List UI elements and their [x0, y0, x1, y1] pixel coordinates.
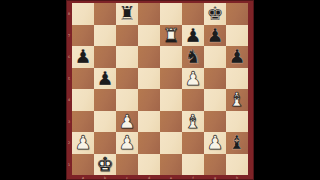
square-g7[interactable]: ♟ [204, 25, 226, 47]
piece-black-pawn-a6[interactable]: ♟ [72, 46, 94, 68]
square-a6[interactable]: ♟ [72, 46, 94, 68]
square-b5[interactable]: ♟ [94, 68, 116, 90]
square-f8[interactable] [182, 3, 204, 25]
rank-label-3: 3 [67, 115, 70, 127]
square-g2[interactable]: ♟ [204, 132, 226, 154]
rank-label-5: 5 [67, 72, 70, 84]
piece-white-bishop-h4[interactable]: ♝ [226, 89, 248, 111]
square-a1[interactable] [72, 154, 94, 176]
square-e7[interactable]: ♜ [160, 25, 182, 47]
square-a4[interactable] [72, 89, 94, 111]
square-b7[interactable] [94, 25, 116, 47]
rank-label-4: 4 [67, 94, 70, 106]
square-h7[interactable] [226, 25, 248, 47]
piece-white-pawn-c3[interactable]: ♟ [116, 111, 138, 133]
square-f7[interactable]: ♟ [182, 25, 204, 47]
square-b4[interactable] [94, 89, 116, 111]
piece-black-pawn-b5[interactable]: ♟ [94, 68, 116, 90]
square-f4[interactable] [182, 89, 204, 111]
rank-label-1: 1 [67, 158, 70, 170]
square-c4[interactable] [116, 89, 138, 111]
piece-white-rook-e7[interactable]: ♜ [160, 25, 182, 47]
file-label-g: g [209, 176, 221, 179]
piece-black-rook-c8[interactable]: ♜ [116, 3, 138, 25]
rank-label-7: 7 [67, 29, 70, 41]
square-b6[interactable] [94, 46, 116, 68]
square-g1[interactable] [204, 154, 226, 176]
square-f6[interactable]: ♞ [182, 46, 204, 68]
file-label-c: c [121, 176, 133, 179]
square-f3[interactable]: ♝ [182, 111, 204, 133]
square-h4[interactable]: ♝ [226, 89, 248, 111]
piece-black-pawn-h6[interactable]: ♟ [226, 46, 248, 68]
piece-black-pawn-f7[interactable]: ♟ [182, 25, 204, 47]
square-g3[interactable] [204, 111, 226, 133]
square-g5[interactable] [204, 68, 226, 90]
square-b3[interactable] [94, 111, 116, 133]
file-label-d: d [143, 176, 155, 179]
square-b1[interactable]: ♚ [94, 154, 116, 176]
square-h8[interactable] [226, 3, 248, 25]
square-d8[interactable] [138, 3, 160, 25]
square-h2[interactable]: ♝ [226, 132, 248, 154]
square-e2[interactable] [160, 132, 182, 154]
square-e6[interactable] [160, 46, 182, 68]
piece-black-bishop-h2[interactable]: ♝ [226, 132, 248, 154]
square-g6[interactable] [204, 46, 226, 68]
piece-white-king-b1[interactable]: ♚ [94, 154, 116, 176]
file-label-h: h [231, 176, 243, 179]
square-f1[interactable] [182, 154, 204, 176]
rank-label-2: 2 [67, 137, 70, 149]
app-background: ♜♚♜♟♟♟♞♟♟♟♝♟♝♟♟♟♝♚ 87654321 abcdefgh [0, 0, 320, 180]
square-a5[interactable] [72, 68, 94, 90]
square-a7[interactable] [72, 25, 94, 47]
piece-white-pawn-c2[interactable]: ♟ [116, 132, 138, 154]
square-f5[interactable]: ♟ [182, 68, 204, 90]
piece-white-pawn-g2[interactable]: ♟ [204, 132, 226, 154]
square-a2[interactable]: ♟ [72, 132, 94, 154]
square-e4[interactable] [160, 89, 182, 111]
square-d1[interactable] [138, 154, 160, 176]
piece-black-knight-f6[interactable]: ♞ [182, 46, 204, 68]
square-e8[interactable] [160, 3, 182, 25]
rank-label-8: 8 [67, 8, 70, 20]
square-d4[interactable] [138, 89, 160, 111]
square-a3[interactable] [72, 111, 94, 133]
square-d6[interactable] [138, 46, 160, 68]
file-label-e: e [165, 176, 177, 179]
square-e3[interactable] [160, 111, 182, 133]
square-c2[interactable]: ♟ [116, 132, 138, 154]
square-g8[interactable]: ♚ [204, 3, 226, 25]
rank-label-6: 6 [67, 51, 70, 63]
square-d7[interactable] [138, 25, 160, 47]
square-d2[interactable] [138, 132, 160, 154]
square-d3[interactable] [138, 111, 160, 133]
square-c1[interactable] [116, 154, 138, 176]
square-g4[interactable] [204, 89, 226, 111]
board-grid: ♜♚♜♟♟♟♞♟♟♟♝♟♝♟♟♟♝♚ [72, 3, 248, 175]
file-label-b: b [99, 176, 111, 179]
square-b2[interactable] [94, 132, 116, 154]
square-c7[interactable] [116, 25, 138, 47]
square-c8[interactable]: ♜ [116, 3, 138, 25]
square-h5[interactable] [226, 68, 248, 90]
piece-black-king-g8[interactable]: ♚ [204, 3, 226, 25]
square-b8[interactable] [94, 3, 116, 25]
square-h6[interactable]: ♟ [226, 46, 248, 68]
square-a8[interactable] [72, 3, 94, 25]
chess-board: ♜♚♜♟♟♟♞♟♟♟♝♟♝♟♟♟♝♚ 87654321 abcdefgh [66, 0, 254, 180]
square-e1[interactable] [160, 154, 182, 176]
square-c6[interactable] [116, 46, 138, 68]
square-h3[interactable] [226, 111, 248, 133]
square-d5[interactable] [138, 68, 160, 90]
file-label-f: f [187, 176, 199, 179]
square-e5[interactable] [160, 68, 182, 90]
square-f2[interactable] [182, 132, 204, 154]
file-label-a: a [77, 176, 89, 179]
piece-white-bishop-f3[interactable]: ♝ [182, 111, 204, 133]
square-c3[interactable]: ♟ [116, 111, 138, 133]
square-h1[interactable] [226, 154, 248, 176]
piece-black-pawn-g7[interactable]: ♟ [204, 25, 226, 47]
piece-white-pawn-a2[interactable]: ♟ [72, 132, 94, 154]
square-c5[interactable] [116, 68, 138, 90]
piece-white-pawn-f5[interactable]: ♟ [182, 68, 204, 90]
